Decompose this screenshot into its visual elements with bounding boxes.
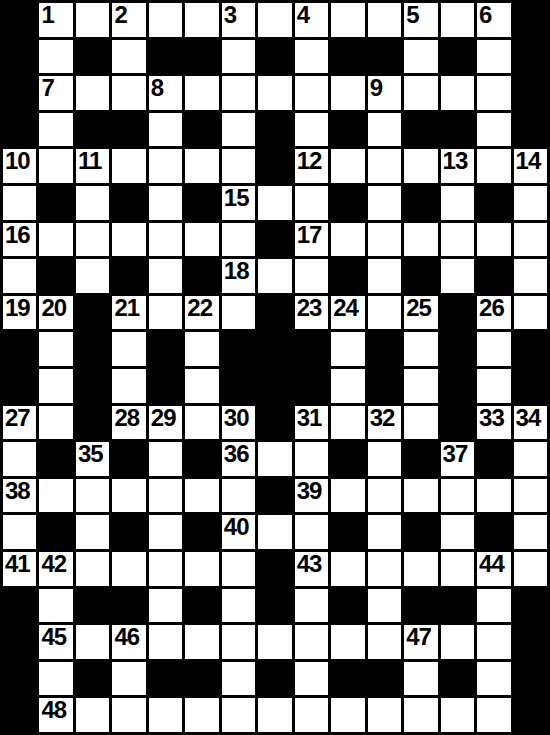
white-cell-r9c5[interactable] <box>185 332 218 366</box>
white-cell-r3c1[interactable] <box>39 113 72 147</box>
black-cell-r16c14 <box>514 589 547 623</box>
white-cell-r16c6[interactable] <box>222 589 255 623</box>
clue-number-34: 34 <box>516 406 541 430</box>
white-cell-r0c11[interactable]: 5 <box>404 3 437 37</box>
white-cell-r6c2[interactable] <box>76 223 109 257</box>
white-cell-r19c11[interactable] <box>404 698 437 732</box>
white-cell-r6c8[interactable]: 17 <box>295 223 328 257</box>
white-cell-r19c8[interactable] <box>295 698 328 732</box>
white-cell-r6c5[interactable] <box>185 223 218 257</box>
white-cell-r0c13[interactable]: 6 <box>477 3 510 37</box>
white-cell-r12c4[interactable] <box>149 442 182 476</box>
white-cell-r2c11[interactable] <box>404 76 437 110</box>
white-cell-r14c4[interactable] <box>149 515 182 549</box>
white-cell-r12c6[interactable]: 36 <box>222 442 255 476</box>
white-cell-r10c13[interactable] <box>477 369 510 403</box>
white-cell-r15c1[interactable]: 42 <box>39 552 72 586</box>
black-cell-r11c7 <box>258 406 291 440</box>
black-cell-r16c7 <box>258 589 291 623</box>
clue-number-25: 25 <box>406 296 431 320</box>
white-cell-r4c6[interactable] <box>222 149 255 183</box>
white-cell-r0c8[interactable]: 4 <box>295 3 328 37</box>
black-cell-r5c13 <box>477 186 510 220</box>
white-cell-r7c2[interactable] <box>76 259 109 293</box>
white-cell-r2c4[interactable]: 8 <box>149 76 182 110</box>
white-cell-r6c4[interactable] <box>149 223 182 257</box>
clue-number-41: 41 <box>5 552 30 576</box>
white-cell-r9c3[interactable] <box>112 332 145 366</box>
white-cell-r3c6[interactable] <box>222 113 255 147</box>
white-cell-r4c3[interactable] <box>112 149 145 183</box>
white-cell-r1c1[interactable] <box>39 40 72 74</box>
white-cell-r10c5[interactable] <box>185 369 218 403</box>
black-cell-r9c14 <box>514 332 547 366</box>
white-cell-r5c4[interactable] <box>149 186 182 220</box>
white-cell-r18c6[interactable] <box>222 662 255 696</box>
white-cell-r4c12[interactable]: 13 <box>441 149 474 183</box>
white-cell-r2c3[interactable] <box>112 76 145 110</box>
clue-number-24: 24 <box>333 296 358 320</box>
white-cell-r1c6[interactable] <box>222 40 255 74</box>
white-cell-r4c13[interactable] <box>477 149 510 183</box>
clue-number-35: 35 <box>78 442 103 466</box>
black-cell-r1c4 <box>149 40 182 74</box>
black-cell-r8c12 <box>441 296 474 330</box>
black-cell-r1c12 <box>441 40 474 74</box>
white-cell-r11c13[interactable]: 33 <box>477 406 510 440</box>
white-cell-r18c13[interactable] <box>477 662 510 696</box>
white-cell-r16c8[interactable] <box>295 589 328 623</box>
black-cell-r16c5 <box>185 589 218 623</box>
white-cell-r19c3[interactable] <box>112 698 145 732</box>
black-cell-r9c6 <box>222 332 255 366</box>
white-cell-r0c3[interactable]: 2 <box>112 3 145 37</box>
white-cell-r7c10[interactable] <box>368 259 401 293</box>
clue-number-10: 10 <box>5 149 30 173</box>
white-cell-r1c8[interactable] <box>295 40 328 74</box>
clue-number-26: 26 <box>479 296 504 320</box>
black-cell-r16c0 <box>3 589 36 623</box>
white-cell-r15c3[interactable] <box>112 552 145 586</box>
white-cell-r15c12[interactable] <box>441 552 474 586</box>
white-cell-r12c14[interactable] <box>514 442 547 476</box>
black-cell-r14c13 <box>477 515 510 549</box>
white-cell-r6c14[interactable] <box>514 223 547 257</box>
white-cell-r14c8[interactable] <box>295 515 328 549</box>
white-cell-r0c12[interactable] <box>441 3 474 37</box>
white-cell-r8c4[interactable] <box>149 296 182 330</box>
clue-number-17: 17 <box>297 223 322 247</box>
white-cell-r2c1[interactable]: 7 <box>39 76 72 110</box>
white-cell-r9c11[interactable] <box>404 332 437 366</box>
white-cell-r5c8[interactable] <box>295 186 328 220</box>
white-cell-r12c2[interactable]: 35 <box>76 442 109 476</box>
white-cell-r6c13[interactable] <box>477 223 510 257</box>
black-cell-r4c7 <box>258 149 291 183</box>
white-cell-r6c1[interactable] <box>39 223 72 257</box>
white-cell-r11c8[interactable]: 31 <box>295 406 328 440</box>
black-cell-r16c2 <box>76 589 109 623</box>
black-cell-r16c11 <box>404 589 437 623</box>
white-cell-r17c2[interactable] <box>76 625 109 659</box>
white-cell-r18c1[interactable] <box>39 662 72 696</box>
clue-number-20: 20 <box>41 296 66 320</box>
white-cell-r17c4[interactable] <box>149 625 182 659</box>
white-cell-r16c1[interactable] <box>39 589 72 623</box>
clue-number-27: 27 <box>5 406 30 430</box>
clue-number-19: 19 <box>5 296 30 320</box>
white-cell-r6c10[interactable] <box>368 223 401 257</box>
white-cell-r14c7[interactable] <box>258 515 291 549</box>
clue-number-11: 11 <box>78 149 101 173</box>
black-cell-r3c7 <box>258 113 291 147</box>
white-cell-r4c9[interactable] <box>331 149 364 183</box>
white-cell-r17c3[interactable]: 46 <box>112 625 145 659</box>
black-cell-r8c2 <box>76 296 109 330</box>
white-cell-r17c6[interactable] <box>222 625 255 659</box>
white-cell-r17c9[interactable] <box>331 625 364 659</box>
black-cell-r0c0 <box>3 3 36 37</box>
white-cell-r17c8[interactable] <box>295 625 328 659</box>
white-cell-r8c8[interactable]: 23 <box>295 296 328 330</box>
white-cell-r18c3[interactable] <box>112 662 145 696</box>
black-cell-r5c5 <box>185 186 218 220</box>
white-cell-r19c7[interactable] <box>258 698 291 732</box>
white-cell-r17c7[interactable] <box>258 625 291 659</box>
white-cell-r13c10[interactable] <box>368 479 401 513</box>
white-cell-r8c0[interactable]: 19 <box>3 296 36 330</box>
white-cell-r8c1[interactable]: 20 <box>39 296 72 330</box>
white-cell-r5c14[interactable] <box>514 186 547 220</box>
crossword-grid: 1234567891011121314151617181920212223242… <box>0 0 550 735</box>
black-cell-r18c10 <box>368 662 401 696</box>
white-cell-r19c9[interactable] <box>331 698 364 732</box>
white-cell-r9c1[interactable] <box>39 332 72 366</box>
clue-number-36: 36 <box>224 442 249 466</box>
white-cell-r2c9[interactable] <box>331 76 364 110</box>
black-cell-r7c13 <box>477 259 510 293</box>
white-cell-r19c10[interactable] <box>368 698 401 732</box>
clue-number-46: 46 <box>114 625 139 649</box>
black-cell-r14c1 <box>39 515 72 549</box>
white-cell-r14c12[interactable] <box>441 515 474 549</box>
black-cell-r9c4 <box>149 332 182 366</box>
white-cell-r2c6[interactable] <box>222 76 255 110</box>
white-cell-r4c10[interactable] <box>368 149 401 183</box>
white-cell-r13c0[interactable]: 38 <box>3 479 36 513</box>
white-cell-r8c14[interactable] <box>514 296 547 330</box>
clue-number-9: 9 <box>370 76 382 100</box>
white-cell-r5c7[interactable] <box>258 186 291 220</box>
white-cell-r8c11[interactable]: 25 <box>404 296 437 330</box>
clue-number-45: 45 <box>41 625 66 649</box>
white-cell-r0c5[interactable] <box>185 3 218 37</box>
white-cell-r14c6[interactable]: 40 <box>222 515 255 549</box>
white-cell-r19c6[interactable] <box>222 698 255 732</box>
white-cell-r19c12[interactable] <box>441 698 474 732</box>
white-cell-r16c4[interactable] <box>149 589 182 623</box>
clue-number-47: 47 <box>406 625 431 649</box>
black-cell-r3c5 <box>185 113 218 147</box>
clue-number-3: 3 <box>224 3 236 27</box>
white-cell-r13c1[interactable] <box>39 479 72 513</box>
white-cell-r11c9[interactable] <box>331 406 364 440</box>
black-cell-r14c5 <box>185 515 218 549</box>
white-cell-r5c10[interactable] <box>368 186 401 220</box>
black-cell-r9c2 <box>76 332 109 366</box>
white-cell-r6c0[interactable]: 16 <box>3 223 36 257</box>
black-cell-r0c14 <box>514 3 547 37</box>
clue-number-29: 29 <box>151 406 176 430</box>
black-cell-r14c9 <box>331 515 364 549</box>
black-cell-r5c9 <box>331 186 364 220</box>
black-cell-r18c14 <box>514 662 547 696</box>
white-cell-r4c4[interactable] <box>149 149 182 183</box>
black-cell-r10c0 <box>3 369 36 403</box>
white-cell-r4c2[interactable]: 11 <box>76 149 109 183</box>
white-cell-r12c8[interactable] <box>295 442 328 476</box>
black-cell-r7c3 <box>112 259 145 293</box>
white-cell-r13c3[interactable] <box>112 479 145 513</box>
white-cell-r17c1[interactable]: 45 <box>39 625 72 659</box>
white-cell-r5c6[interactable]: 15 <box>222 186 255 220</box>
clue-number-23: 23 <box>297 296 322 320</box>
white-cell-r17c10[interactable] <box>368 625 401 659</box>
white-cell-r14c14[interactable] <box>514 515 547 549</box>
white-cell-r17c13[interactable] <box>477 625 510 659</box>
black-cell-r8c7 <box>258 296 291 330</box>
black-cell-r9c7 <box>258 332 291 366</box>
white-cell-r19c13[interactable] <box>477 698 510 732</box>
black-cell-r3c12 <box>441 113 474 147</box>
white-cell-r7c6[interactable]: 18 <box>222 259 255 293</box>
clue-number-15: 15 <box>224 186 249 210</box>
white-cell-r0c9[interactable] <box>331 3 364 37</box>
white-cell-r13c12[interactable] <box>441 479 474 513</box>
white-cell-r2c7[interactable] <box>258 76 291 110</box>
black-cell-r11c2 <box>76 406 109 440</box>
white-cell-r8c10[interactable] <box>368 296 401 330</box>
white-cell-r11c14[interactable]: 34 <box>514 406 547 440</box>
white-cell-r6c9[interactable] <box>331 223 364 257</box>
white-cell-r13c6[interactable] <box>222 479 255 513</box>
white-cell-r6c6[interactable] <box>222 223 255 257</box>
black-cell-r10c12 <box>441 369 474 403</box>
white-cell-r6c3[interactable] <box>112 223 145 257</box>
white-cell-r2c10[interactable]: 9 <box>368 76 401 110</box>
white-cell-r10c1[interactable] <box>39 369 72 403</box>
white-cell-r7c12[interactable] <box>441 259 474 293</box>
white-cell-r3c10[interactable] <box>368 113 401 147</box>
white-cell-r7c14[interactable] <box>514 259 547 293</box>
white-cell-r15c8[interactable]: 43 <box>295 552 328 586</box>
white-cell-r15c4[interactable] <box>149 552 182 586</box>
clue-number-1: 1 <box>41 3 53 27</box>
white-cell-r5c2[interactable] <box>76 186 109 220</box>
white-cell-r13c4[interactable] <box>149 479 182 513</box>
white-cell-r13c11[interactable] <box>404 479 437 513</box>
white-cell-r10c11[interactable] <box>404 369 437 403</box>
clue-number-18: 18 <box>224 259 249 283</box>
white-cell-r9c13[interactable] <box>477 332 510 366</box>
white-cell-r19c4[interactable] <box>149 698 182 732</box>
white-cell-r8c13[interactable]: 26 <box>477 296 510 330</box>
white-cell-r19c2[interactable] <box>76 698 109 732</box>
black-cell-r3c11 <box>404 113 437 147</box>
white-cell-r16c10[interactable] <box>368 589 401 623</box>
black-cell-r10c10 <box>368 369 401 403</box>
black-cell-r18c4 <box>149 662 182 696</box>
white-cell-r0c2[interactable] <box>76 3 109 37</box>
white-cell-r13c14[interactable] <box>514 479 547 513</box>
white-cell-r0c10[interactable] <box>368 3 401 37</box>
white-cell-r4c8[interactable]: 12 <box>295 149 328 183</box>
white-cell-r17c11[interactable]: 47 <box>404 625 437 659</box>
black-cell-r13c7 <box>258 479 291 513</box>
white-cell-r4c14[interactable]: 14 <box>514 149 547 183</box>
white-cell-r14c10[interactable] <box>368 515 401 549</box>
black-cell-r7c5 <box>185 259 218 293</box>
clue-number-31: 31 <box>297 406 322 430</box>
white-cell-r10c3[interactable] <box>112 369 145 403</box>
black-cell-r12c1 <box>39 442 72 476</box>
white-cell-r15c6[interactable] <box>222 552 255 586</box>
white-cell-r5c12[interactable] <box>441 186 474 220</box>
clue-number-7: 7 <box>41 76 53 100</box>
black-cell-r19c14 <box>514 698 547 732</box>
black-cell-r12c11 <box>404 442 437 476</box>
clue-number-12: 12 <box>297 149 322 173</box>
white-cell-r19c1[interactable]: 48 <box>39 698 72 732</box>
white-cell-r2c12[interactable] <box>441 76 474 110</box>
white-cell-r11c4[interactable]: 29 <box>149 406 182 440</box>
white-cell-r15c10[interactable] <box>368 552 401 586</box>
white-cell-r12c12[interactable]: 37 <box>441 442 474 476</box>
clue-number-44: 44 <box>479 552 504 576</box>
white-cell-r7c0[interactable] <box>3 259 36 293</box>
black-cell-r3c0 <box>3 113 36 147</box>
white-cell-r7c7[interactable] <box>258 259 291 293</box>
white-cell-r1c3[interactable] <box>112 40 145 74</box>
white-cell-r16c13[interactable] <box>477 589 510 623</box>
white-cell-r4c0[interactable]: 10 <box>3 149 36 183</box>
clue-number-43: 43 <box>297 552 322 576</box>
white-cell-r0c4[interactable] <box>149 3 182 37</box>
white-cell-r7c4[interactable] <box>149 259 182 293</box>
white-cell-r3c4[interactable] <box>149 113 182 147</box>
black-cell-r11c12 <box>441 406 474 440</box>
white-cell-r11c1[interactable] <box>39 406 72 440</box>
black-cell-r16c9 <box>331 589 364 623</box>
white-cell-r11c0[interactable]: 27 <box>3 406 36 440</box>
white-cell-r13c9[interactable] <box>331 479 364 513</box>
black-cell-r9c0 <box>3 332 36 366</box>
white-cell-r15c9[interactable] <box>331 552 364 586</box>
white-cell-r8c6[interactable] <box>222 296 255 330</box>
white-cell-r0c6[interactable]: 3 <box>222 3 255 37</box>
white-cell-r3c13[interactable] <box>477 113 510 147</box>
white-cell-r9c9[interactable] <box>331 332 364 366</box>
white-cell-r2c13[interactable] <box>477 76 510 110</box>
white-cell-r15c5[interactable] <box>185 552 218 586</box>
white-cell-r4c5[interactable] <box>185 149 218 183</box>
black-cell-r17c14 <box>514 625 547 659</box>
white-cell-r17c5[interactable] <box>185 625 218 659</box>
black-cell-r18c0 <box>3 662 36 696</box>
white-cell-r8c9[interactable]: 24 <box>331 296 364 330</box>
clue-number-8: 8 <box>151 76 163 100</box>
white-cell-r10c9[interactable] <box>331 369 364 403</box>
black-cell-r14c11 <box>404 515 437 549</box>
clue-number-2: 2 <box>114 3 126 27</box>
white-cell-r8c3[interactable]: 21 <box>112 296 145 330</box>
white-cell-r19c5[interactable] <box>185 698 218 732</box>
clue-number-48: 48 <box>41 698 66 722</box>
white-cell-r2c2[interactable] <box>76 76 109 110</box>
white-cell-r1c11[interactable] <box>404 40 437 74</box>
white-cell-r15c2[interactable] <box>76 552 109 586</box>
white-cell-r11c10[interactable]: 32 <box>368 406 401 440</box>
white-cell-r2c5[interactable] <box>185 76 218 110</box>
white-cell-r15c14[interactable] <box>514 552 547 586</box>
white-cell-r3c8[interactable] <box>295 113 328 147</box>
black-cell-r9c8 <box>295 332 328 366</box>
white-cell-r15c0[interactable]: 41 <box>3 552 36 586</box>
white-cell-r11c5[interactable] <box>185 406 218 440</box>
white-cell-r5c0[interactable] <box>3 186 36 220</box>
white-cell-r1c13[interactable] <box>477 40 510 74</box>
white-cell-r4c11[interactable] <box>404 149 437 183</box>
white-cell-r11c6[interactable]: 30 <box>222 406 255 440</box>
white-cell-r0c7[interactable] <box>258 3 291 37</box>
clue-number-32: 32 <box>370 406 395 430</box>
white-cell-r11c3[interactable]: 28 <box>112 406 145 440</box>
white-cell-r14c0[interactable] <box>3 515 36 549</box>
clue-number-30: 30 <box>224 406 249 430</box>
white-cell-r12c0[interactable] <box>3 442 36 476</box>
black-cell-r18c5 <box>185 662 218 696</box>
clue-number-13: 13 <box>443 149 468 173</box>
white-cell-r2c8[interactable] <box>295 76 328 110</box>
white-cell-r6c12[interactable] <box>441 223 474 257</box>
white-cell-r8c5[interactable]: 22 <box>185 296 218 330</box>
black-cell-r10c14 <box>514 369 547 403</box>
white-cell-r7c8[interactable] <box>295 259 328 293</box>
white-cell-r0c1[interactable]: 1 <box>39 3 72 37</box>
white-cell-r12c10[interactable] <box>368 442 401 476</box>
white-cell-r4c1[interactable] <box>39 149 72 183</box>
white-cell-r13c13[interactable] <box>477 479 510 513</box>
white-cell-r18c11[interactable] <box>404 662 437 696</box>
black-cell-r18c9 <box>331 662 364 696</box>
white-cell-r18c8[interactable] <box>295 662 328 696</box>
black-cell-r17c0 <box>3 625 36 659</box>
white-cell-r15c11[interactable] <box>404 552 437 586</box>
white-cell-r13c8[interactable]: 39 <box>295 479 328 513</box>
black-cell-r1c7 <box>258 40 291 74</box>
white-cell-r11c11[interactable] <box>404 406 437 440</box>
white-cell-r13c5[interactable] <box>185 479 218 513</box>
white-cell-r15c13[interactable]: 44 <box>477 552 510 586</box>
black-cell-r10c7 <box>258 369 291 403</box>
white-cell-r14c2[interactable] <box>76 515 109 549</box>
white-cell-r12c7[interactable] <box>258 442 291 476</box>
white-cell-r6c11[interactable] <box>404 223 437 257</box>
black-cell-r12c13 <box>477 442 510 476</box>
black-cell-r18c12 <box>441 662 474 696</box>
white-cell-r17c12[interactable] <box>441 625 474 659</box>
white-cell-r13c2[interactable] <box>76 479 109 513</box>
